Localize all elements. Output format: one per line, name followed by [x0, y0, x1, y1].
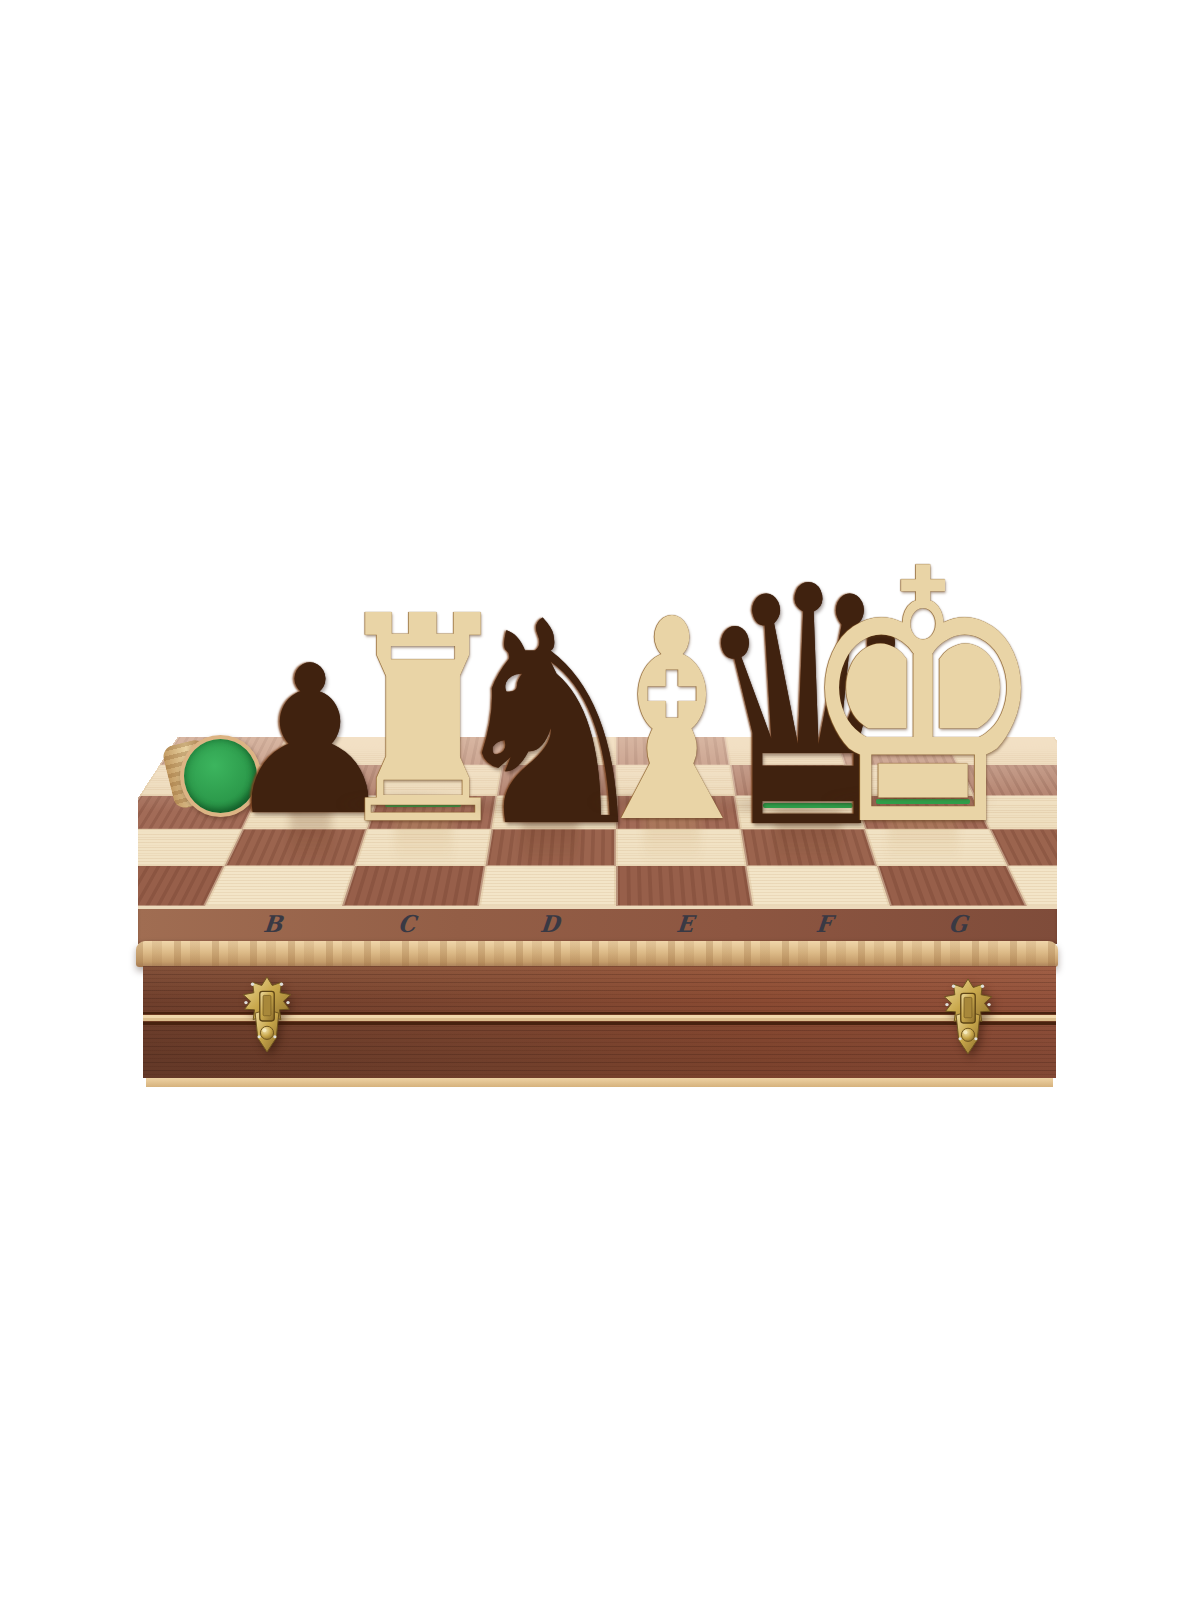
king-glyph: ♚ [797, 524, 1048, 874]
file-label-b: B [262, 912, 283, 935]
chess-set-product-photo: BCDEFG ♟♜♞♝♛♚ [0, 0, 1200, 1600]
file-label-g: G [947, 912, 968, 935]
case-bottom-trim [146, 1078, 1053, 1087]
board-file-label-band: BCDEFG [138, 906, 1057, 944]
file-label-d: D [539, 912, 561, 935]
file-label-e: E [675, 912, 694, 935]
brass-latch-left-icon [234, 975, 300, 1067]
board-oak-edge [136, 941, 1058, 967]
file-label-c: C [397, 912, 417, 935]
file-label-f: F [815, 912, 833, 935]
brass-latch-right-icon [935, 977, 1001, 1069]
